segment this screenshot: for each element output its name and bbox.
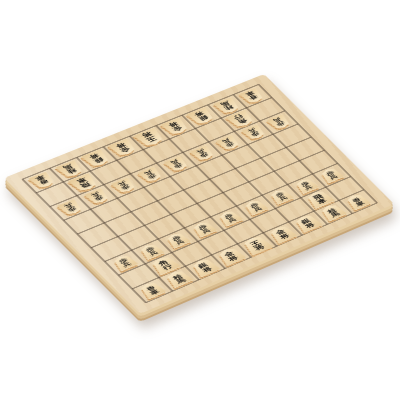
piece-sente-pawn[interactable]: 歩兵 (164, 231, 193, 249)
piece-sente-gold-general[interactable]: 金将 (266, 224, 298, 244)
board-shadow-wrap: 香車桂馬銀将金将玉将金将銀将桂馬香車飛車角行歩兵歩兵歩兵歩兵歩兵歩兵歩兵歩兵歩兵… (0, 0, 400, 400)
piece-kanji: 馬 (175, 277, 187, 284)
pieces-layer: 香車桂馬銀将金将玉将金将銀将桂馬香車飛車角行歩兵歩兵歩兵歩兵歩兵歩兵歩兵歩兵歩兵… (4, 74, 394, 314)
piece-kanji: 将 (253, 244, 266, 252)
piece-kanji: 将 (228, 255, 240, 262)
piece-kanji: 将 (279, 233, 291, 240)
piece-sente-silver-general[interactable]: 銀将 (189, 257, 222, 278)
piece-kanji: 車 (316, 198, 328, 205)
piece-kanji: 将 (305, 222, 317, 229)
piece-gote-pawn[interactable]: 歩兵 (136, 166, 165, 184)
piece-top-face: 歩兵 (110, 253, 139, 271)
piece-sente-gold-general[interactable]: 金将 (215, 246, 247, 267)
piece-kanji: 兵 (329, 174, 340, 181)
piece-gote-pawn[interactable]: 歩兵 (109, 177, 138, 195)
piece-sente-king[interactable]: 王将 (240, 234, 275, 256)
piece-gote-pawn[interactable]: 歩兵 (265, 114, 293, 131)
piece-gote-pawn[interactable]: 歩兵 (214, 134, 242, 152)
shogi-board: 香車桂馬銀将金将玉将金将銀将桂馬香車飛車角行歩兵歩兵歩兵歩兵歩兵歩兵歩兵歩兵歩兵… (4, 74, 394, 314)
piece-sente-pawn[interactable]: 歩兵 (242, 198, 270, 216)
piece-sente-pawn[interactable]: 歩兵 (110, 253, 139, 271)
piece-kanji: 将 (202, 266, 214, 274)
piece-top-face: 歩兵 (190, 220, 218, 238)
piece-sente-pawn[interactable]: 歩兵 (318, 166, 345, 184)
piece-kanji: 車 (355, 200, 366, 207)
piece-gote-lance[interactable]: 香車 (27, 171, 58, 190)
piece-top-face: 歩兵 (318, 166, 345, 184)
piece-sente-pawn[interactable]: 歩兵 (190, 220, 218, 238)
piece-sente-pawn[interactable]: 歩兵 (267, 187, 295, 205)
piece-top-face: 歩兵 (216, 209, 244, 227)
piece-kanji: 車 (149, 289, 160, 296)
piece-gote-king[interactable]: 玉将 (132, 127, 167, 149)
piece-top-face: 銀将 (292, 213, 324, 233)
piece-gote-lance[interactable]: 香車 (238, 87, 267, 105)
piece-kanji: 兵 (304, 185, 315, 192)
piece-top-face: 歩兵 (267, 187, 295, 205)
piece-top-face: 王将 (240, 234, 275, 256)
piece-gote-pawn[interactable]: 歩兵 (162, 155, 190, 173)
piece-top-face: 金将 (266, 224, 298, 244)
piece-top-face: 香車 (344, 192, 372, 210)
piece-kanji: 兵 (253, 206, 264, 213)
piece-gote-pawn[interactable]: 歩兵 (55, 199, 84, 217)
piece-gote-gold-general[interactable]: 金将 (159, 117, 191, 137)
piece-sente-pawn[interactable]: 歩兵 (216, 209, 244, 227)
piece-gote-pawn[interactable]: 歩兵 (188, 145, 216, 163)
piece-sente-lance[interactable]: 香車 (137, 280, 167, 299)
piece-kanji: 兵 (278, 195, 289, 202)
piece-sente-silver-general[interactable]: 銀将 (292, 213, 324, 233)
piece-gote-gold-general[interactable]: 金将 (107, 138, 140, 158)
piece-top-face: 金将 (215, 246, 247, 267)
piece-top-face: 銀将 (189, 257, 222, 278)
piece-gote-silver-general[interactable]: 銀将 (80, 148, 113, 168)
piece-top-face: 香車 (137, 280, 167, 299)
piece-top-face: 歩兵 (242, 198, 270, 216)
piece-kanji: 行 (162, 264, 174, 272)
piece-top-face: 歩兵 (164, 231, 193, 249)
piece-kanji: 馬 (330, 211, 341, 218)
photo-stage: 香車桂馬銀将金将玉将金将銀将桂馬香車飛車角行歩兵歩兵歩兵歩兵歩兵歩兵歩兵歩兵歩兵… (0, 0, 400, 400)
piece-gote-silver-general[interactable]: 銀将 (185, 106, 217, 126)
piece-sente-lance[interactable]: 香車 (344, 192, 372, 210)
